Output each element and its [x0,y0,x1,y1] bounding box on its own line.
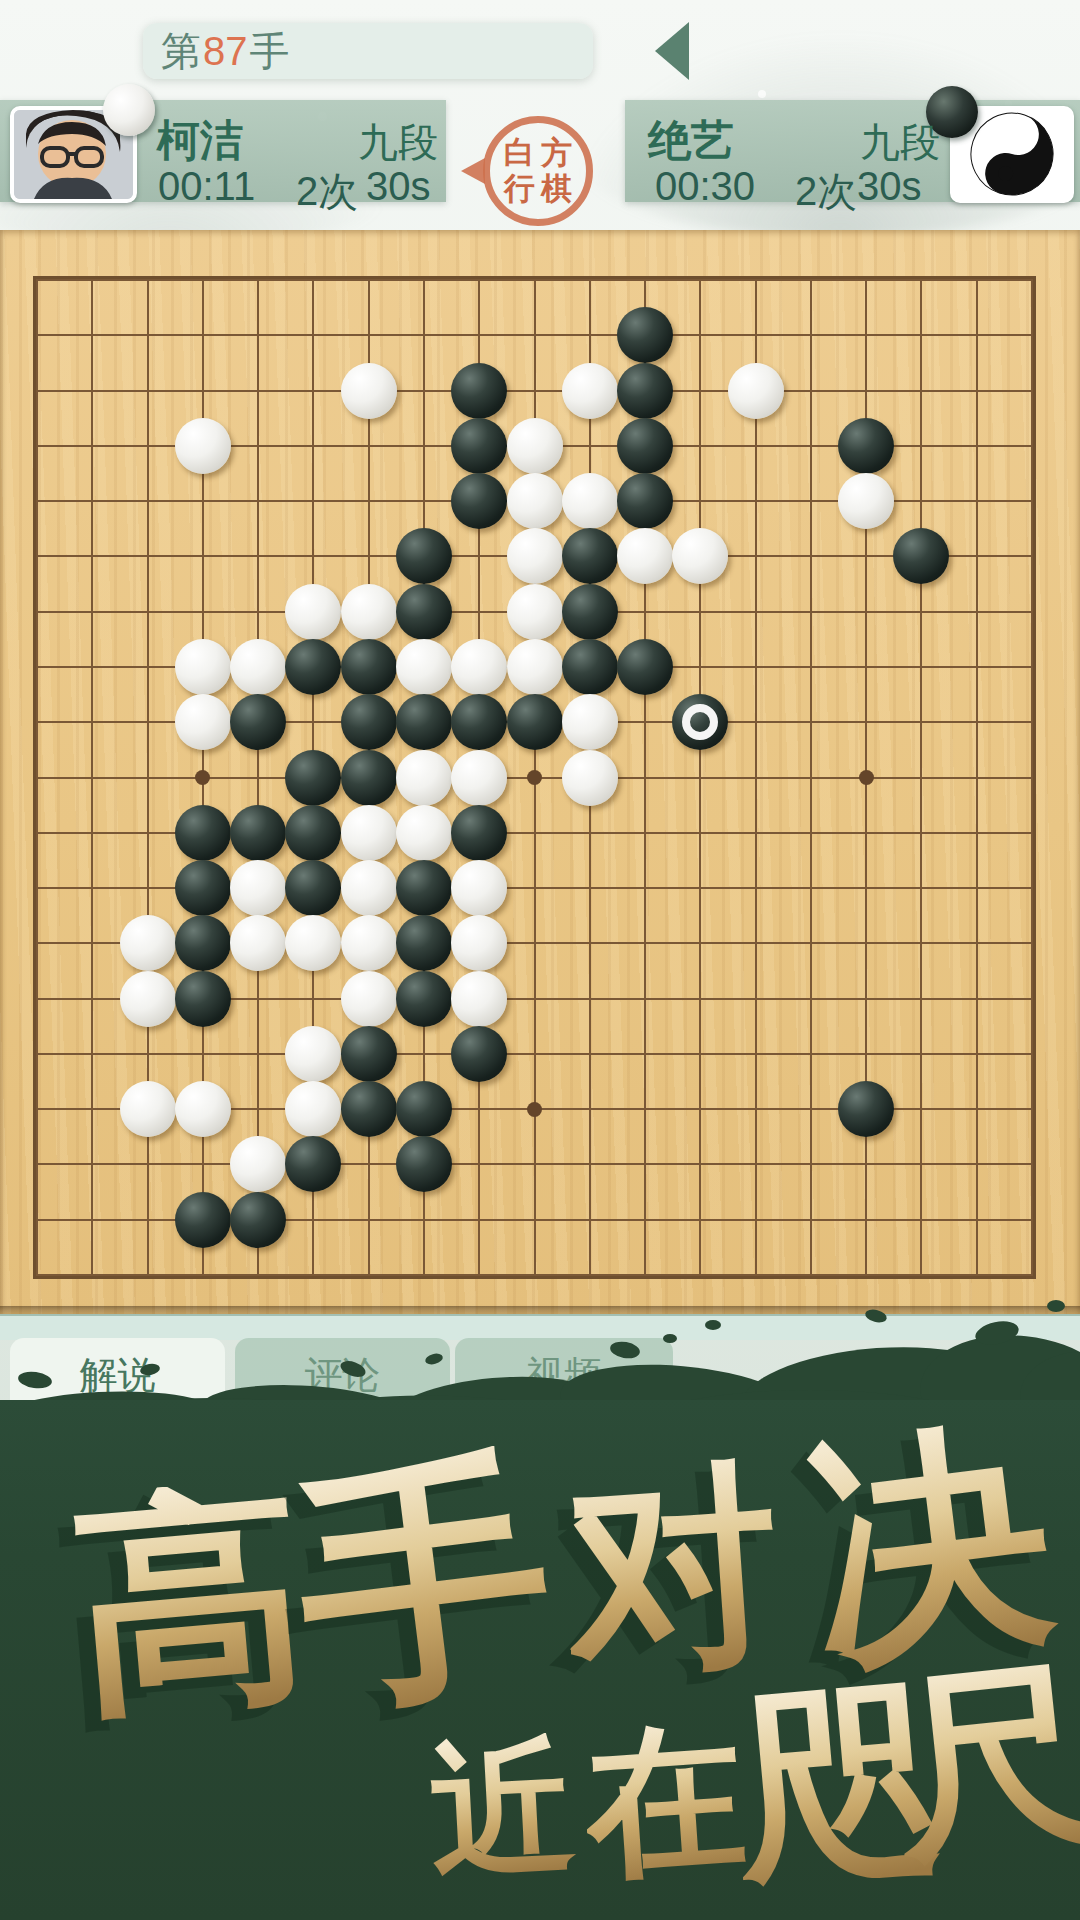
seal-line2: 行棋 [504,171,578,207]
seal-line1: 白方 [504,135,578,171]
turn-seal-white-to-move: 白方 行棋 [483,116,593,226]
ink-splash [864,1308,888,1325]
ink-splash [338,1358,367,1380]
calligraphy-char: 近 [426,1731,578,1883]
ink-splash [609,1340,641,1361]
go-app-screen: 第87手 柯洁 九段 00:11 [0,0,1080,1920]
ink-splash [139,1362,161,1376]
ink-splash [17,1370,53,1391]
calligraphy-char: 对 [558,1453,787,1682]
ink-splash [705,1320,721,1330]
calligraphy-char: 尺 [885,1650,1080,1870]
ink-splash [1047,1300,1065,1312]
ink-splash [663,1334,677,1343]
ink-splash [424,1352,444,1366]
calligraphy-char: 在 [580,1715,751,1886]
calligraphy-char: 手 [286,1441,565,1720]
promo-banner: 高高手手对对决决近在咫尺 [0,1400,1080,1920]
